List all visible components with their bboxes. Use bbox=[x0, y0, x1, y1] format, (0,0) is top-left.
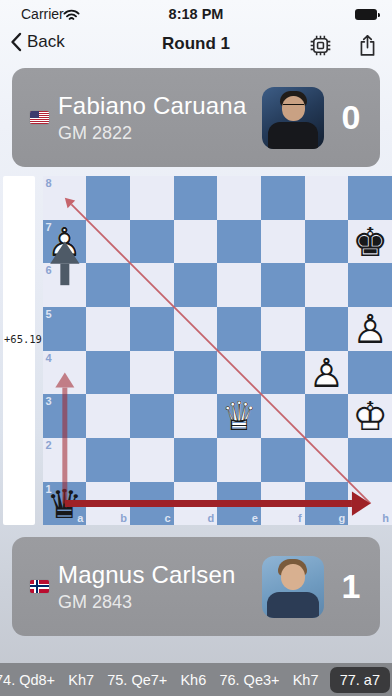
battery-icon bbox=[355, 9, 380, 20]
page-title: Round 1 bbox=[0, 34, 392, 54]
piece-white-pawn-a7[interactable]: ♟♙ bbox=[43, 220, 87, 264]
piece-black-king-h7[interactable]: ♚ bbox=[348, 220, 392, 264]
player-card-white: Fabiano Caruana GM 2822 0 bbox=[12, 68, 380, 167]
share-button[interactable] bbox=[355, 33, 379, 57]
move-list-bar[interactable]: 74. Qd8+Kh775. Qe7+Kh676. Qe3+Kh777. a7 bbox=[0, 663, 392, 696]
player-card-black: Magnus Carlsen GM 2843 1 bbox=[12, 537, 380, 636]
move-item[interactable]: Kh6 bbox=[178, 667, 208, 693]
player-title-rating: GM 2822 bbox=[58, 123, 262, 144]
piece-white-king-h3[interactable]: ♚♔ bbox=[348, 394, 392, 438]
player-score: 1 bbox=[332, 567, 370, 606]
move-item[interactable]: 76. Qe3+ bbox=[217, 667, 281, 693]
move-item[interactable]: Kh7 bbox=[291, 667, 321, 693]
flag-usa-icon bbox=[30, 111, 49, 124]
clock-time: 8:18 PM bbox=[0, 6, 392, 22]
evaluation-bar: +65.19 bbox=[3, 176, 35, 525]
player-score: 0 bbox=[332, 98, 370, 137]
player-avatar bbox=[262, 556, 324, 618]
piece-white-queen-e3[interactable]: ♛♕ bbox=[217, 394, 261, 438]
app-screen: Carrier 8:18 PM Back Round 1 bbox=[0, 0, 392, 696]
piece-black-queen-a1[interactable]: ♛ bbox=[43, 482, 87, 526]
player-title-rating: GM 2843 bbox=[58, 592, 262, 613]
engine-chip-icon bbox=[309, 34, 332, 57]
board-pieces: ♟♙♚♟♙♟♙♛♕♚♔♛ bbox=[43, 176, 392, 525]
share-icon bbox=[356, 34, 379, 57]
flag-norway-icon bbox=[30, 580, 49, 593]
status-bar: Carrier 8:18 PM bbox=[0, 0, 392, 28]
piece-white-pawn-g4[interactable]: ♟♙ bbox=[305, 351, 349, 395]
move-item-active[interactable]: 77. a7 bbox=[330, 667, 390, 693]
engine-chip-button[interactable] bbox=[308, 33, 332, 57]
player-name: Fabiano Caruana bbox=[58, 92, 262, 120]
evaluation-value: +65.19 bbox=[4, 333, 42, 345]
player-name: Magnus Carlsen bbox=[58, 561, 262, 589]
move-item[interactable]: 74. Qd8+ bbox=[0, 667, 57, 693]
piece-white-pawn-h5[interactable]: ♟♙ bbox=[348, 307, 392, 351]
navigation-bar: Back Round 1 bbox=[0, 28, 392, 62]
move-item[interactable]: 75. Qe7+ bbox=[105, 667, 169, 693]
chess-board[interactable]: 87654321abcdefgh ♟♙♚♟♙♟♙♛♕♚♔♛ bbox=[43, 176, 392, 525]
move-item[interactable]: Kh7 bbox=[66, 667, 96, 693]
player-avatar bbox=[262, 87, 324, 149]
